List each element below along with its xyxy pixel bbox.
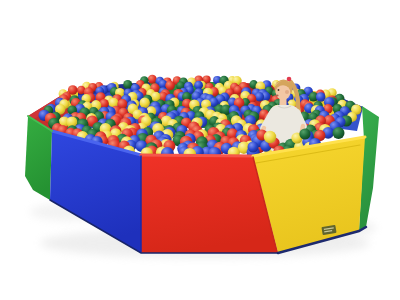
ball bbox=[234, 86, 243, 95]
child-eye bbox=[278, 89, 280, 91]
child-hair-bobble bbox=[287, 77, 292, 82]
scene-canvas bbox=[0, 0, 400, 300]
ball bbox=[140, 98, 150, 108]
ball bbox=[264, 131, 276, 143]
ball bbox=[148, 75, 157, 84]
ball bbox=[333, 127, 345, 139]
ball bbox=[316, 92, 326, 102]
child-ear bbox=[285, 90, 289, 94]
child-mouth bbox=[275, 95, 278, 97]
ball-pit-photo bbox=[0, 0, 400, 300]
ball bbox=[165, 81, 175, 91]
ball bbox=[255, 92, 264, 101]
ball bbox=[248, 142, 259, 153]
panel-edge bbox=[141, 155, 253, 156]
ball bbox=[299, 128, 310, 139]
